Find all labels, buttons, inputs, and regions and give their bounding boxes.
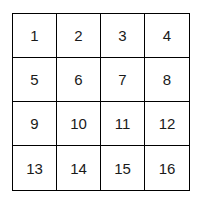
grid-cell: 8	[145, 58, 189, 102]
grid-cell: 6	[57, 58, 101, 102]
grid-cell: 12	[145, 102, 189, 146]
grid-cell: 1	[13, 14, 57, 58]
grid-cell: 16	[145, 146, 189, 190]
grid-cell: 3	[101, 14, 145, 58]
grid-cell: 7	[101, 58, 145, 102]
grid-cell: 2	[57, 14, 101, 58]
grid-cell: 4	[145, 14, 189, 58]
grid-cell: 11	[101, 102, 145, 146]
grid-cell: 13	[13, 146, 57, 190]
grid-cell: 5	[13, 58, 57, 102]
grid-cell: 10	[57, 102, 101, 146]
grid-cell: 15	[101, 146, 145, 190]
grid-cell: 14	[57, 146, 101, 190]
grid-cell: 9	[13, 102, 57, 146]
number-grid-board: 12345678910111213141516	[12, 13, 190, 191]
